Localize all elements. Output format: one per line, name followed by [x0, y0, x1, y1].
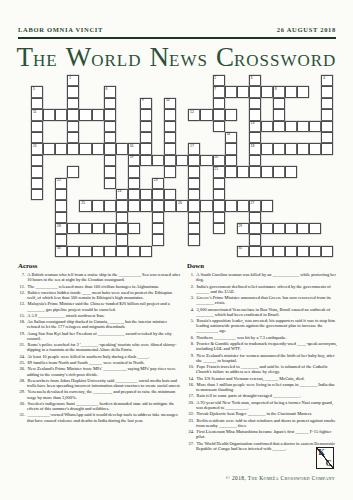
clue-item: 13. Malaysia's Prime Minister said the C… — [18, 301, 181, 311]
grid-cell[interactable] — [273, 143, 285, 154]
grid-cell[interactable] — [237, 166, 249, 177]
grid-void — [43, 234, 55, 245]
grid-cell[interactable]: 6 — [104, 86, 116, 97]
grid-void — [297, 166, 309, 177]
clue-item: 17. Rain fell in some parts of drought-r… — [187, 393, 337, 398]
grid-cell[interactable] — [297, 223, 309, 234]
grid-void — [261, 75, 273, 86]
grid-cell[interactable] — [261, 223, 273, 234]
grid-void — [19, 189, 31, 200]
grid-cell[interactable] — [79, 109, 91, 120]
grid-void — [261, 98, 273, 109]
grid-cell[interactable] — [285, 121, 297, 132]
clue-number: 11. — [18, 284, 25, 289]
grid-void — [79, 98, 91, 109]
grid-cell[interactable] — [297, 86, 309, 97]
grid-cell[interactable] — [285, 223, 297, 234]
cell-number: 11 — [33, 110, 37, 114]
cell-number: 22 — [57, 178, 61, 182]
grid-cell[interactable] — [67, 98, 79, 109]
grid-cell[interactable] — [140, 109, 152, 120]
grid-cell[interactable] — [152, 155, 164, 166]
grid-void — [79, 75, 91, 86]
cell-number: 16 — [130, 144, 134, 148]
grid-cell[interactable]: 22 — [55, 178, 67, 189]
cell-number: 31 — [238, 246, 242, 250]
clue-item: 16. More than 1 million people were livi… — [187, 382, 337, 392]
grid-cell[interactable]: 10 — [164, 98, 176, 109]
grid-void — [19, 143, 31, 154]
grid-void — [140, 178, 152, 189]
grid-cell[interactable] — [152, 212, 164, 223]
grid-void — [285, 155, 297, 166]
clue-text: Northern __________ was hit by a 7.3 ear… — [196, 335, 287, 340]
grid-cell[interactable] — [309, 246, 321, 257]
clue-number: 5. — [187, 318, 194, 323]
grid-cell[interactable] — [104, 143, 116, 154]
down-clue-list: 1. A South Carolina woman was killed by … — [187, 272, 337, 451]
clue-number: 19. — [18, 331, 25, 336]
grid-cell[interactable] — [200, 155, 212, 166]
grid-void — [200, 86, 212, 97]
grid-cell[interactable] — [67, 246, 79, 257]
grid-cell[interactable]: 16 — [128, 143, 140, 154]
grid-cell[interactable] — [164, 166, 176, 177]
grid-cell[interactable] — [43, 109, 55, 120]
grid-cell[interactable] — [79, 143, 91, 154]
grid-cell[interactable] — [225, 143, 237, 154]
grid-cell[interactable] — [309, 121, 321, 132]
grid-cell[interactable] — [164, 155, 176, 166]
grid-cell[interactable]: 7 — [213, 86, 225, 97]
grid-cell[interactable] — [31, 189, 43, 200]
grid-void — [249, 189, 261, 200]
grid-cell[interactable] — [104, 166, 116, 177]
clue-text: A British woman who fell from a cruise s… — [27, 272, 181, 282]
grid-cell[interactable] — [285, 86, 297, 97]
grid-cell[interactable]: 18 — [249, 143, 261, 154]
grid-cell[interactable] — [176, 155, 188, 166]
grid-cell[interactable] — [67, 223, 79, 234]
grid-void — [55, 75, 67, 86]
grid-cell[interactable] — [261, 200, 273, 211]
grid-void — [297, 98, 309, 109]
grid-void — [79, 86, 91, 97]
grid-void — [249, 178, 261, 189]
grid-cell[interactable]: 30 — [55, 246, 67, 257]
grid-cell[interactable] — [92, 200, 104, 211]
grid-void — [140, 166, 152, 177]
grid-cell[interactable]: 28 — [55, 223, 67, 234]
clue-number: 27. — [187, 441, 194, 446]
grid-cell[interactable] — [188, 155, 200, 166]
grid-cell[interactable] — [188, 189, 200, 200]
grid-void — [116, 109, 128, 120]
cell-number: 7 — [214, 87, 216, 91]
grid-cell[interactable] — [104, 132, 116, 143]
grid-cell[interactable] — [140, 189, 152, 200]
grid-cell[interactable] — [55, 212, 67, 223]
clue-text: Aung San Suu Kyi had her Freedom of ____… — [27, 331, 172, 341]
grid-cell[interactable] — [213, 121, 225, 132]
grid-cell[interactable] — [140, 200, 152, 211]
grid-cell[interactable] — [188, 178, 200, 189]
grid-cell[interactable] — [297, 121, 309, 132]
grid-cell[interactable]: 4 — [321, 75, 333, 86]
grid-cell[interactable] — [200, 200, 212, 211]
grid-void — [261, 132, 273, 143]
grid-cell[interactable] — [309, 223, 321, 234]
grid-cell[interactable] — [67, 109, 79, 120]
grid-cell[interactable]: 24 — [116, 189, 128, 200]
grid-cell[interactable]: 15 — [31, 143, 43, 154]
grid-cell[interactable] — [213, 212, 225, 223]
grid-cell[interactable] — [128, 178, 140, 189]
cell-number: 8 — [275, 87, 277, 91]
grid-cell[interactable] — [67, 166, 79, 177]
grid-cell[interactable] — [116, 212, 128, 223]
grid-void — [43, 178, 55, 189]
grid-cell[interactable] — [116, 246, 128, 257]
grid-cell[interactable] — [321, 121, 333, 132]
cell-number: 2 — [214, 76, 216, 80]
grid-cell[interactable] — [213, 178, 225, 189]
grid-cell[interactable] — [261, 121, 273, 132]
grid-void — [19, 246, 31, 257]
grid-void — [79, 189, 91, 200]
masthead: LABOR OMNIA VINCIT 26 AUGUST 2018 — [18, 26, 336, 36]
grid-cell[interactable] — [273, 121, 285, 132]
grid-cell[interactable] — [249, 109, 261, 120]
grid-cell[interactable]: 5 — [31, 86, 43, 97]
grid-void — [43, 189, 55, 200]
grid-void — [79, 212, 91, 223]
clue-item: 22. Novak Djokovic beat Roger ________ i… — [187, 411, 337, 416]
grid-cell[interactable]: 9 — [140, 98, 152, 109]
grid-cell[interactable]: 19 — [128, 155, 140, 166]
grid-void — [55, 98, 67, 109]
grid-cell[interactable] — [188, 166, 200, 177]
grid-void — [79, 178, 91, 189]
grid-cell[interactable] — [152, 189, 164, 200]
grid-cell[interactable] — [104, 109, 116, 120]
grid-cell[interactable] — [273, 109, 285, 120]
grid-void — [176, 121, 188, 132]
grid-void — [176, 86, 188, 97]
grid-cell[interactable] — [273, 166, 285, 177]
grid-cell[interactable] — [116, 143, 128, 154]
grid-cell[interactable]: 23 — [152, 178, 164, 189]
cell-number: 5 — [33, 87, 35, 91]
grid-cell[interactable] — [261, 143, 273, 154]
grid-void — [213, 143, 225, 154]
masthead-motto: LABOR OMNIA VINCIT — [18, 26, 103, 33]
grid-cell[interactable]: 25 — [79, 200, 91, 211]
grid-cell[interactable] — [55, 143, 67, 154]
grid-cell[interactable]: 12 — [188, 109, 200, 120]
grid-cell[interactable] — [249, 166, 261, 177]
grid-void — [31, 75, 43, 86]
grid-void — [309, 200, 321, 211]
grid-void — [225, 189, 237, 200]
grid-cell[interactable] — [249, 212, 261, 223]
grid-void — [31, 246, 43, 257]
grid-cell[interactable] — [164, 132, 176, 143]
grid-cell[interactable] — [140, 143, 152, 154]
grid-void — [128, 121, 140, 132]
grid-void — [200, 98, 212, 109]
grid-cell[interactable] — [104, 98, 116, 109]
grid-cell[interactable]: 21 — [213, 166, 225, 177]
grid-cell[interactable] — [249, 246, 261, 257]
grid-void — [43, 212, 55, 223]
grid-cell[interactable] — [116, 234, 128, 245]
copyright-line: © 2018, The Komiža Crossword Company — [226, 475, 335, 481]
grid-void — [164, 212, 176, 223]
grid-cell[interactable] — [249, 132, 261, 143]
grid-cell[interactable] — [225, 200, 237, 211]
clue-number: 17. — [187, 393, 194, 398]
grid-void — [104, 234, 116, 245]
grid-void — [43, 132, 55, 143]
grid-cell[interactable] — [140, 121, 152, 132]
grid-cell[interactable] — [261, 166, 273, 177]
grid-cell[interactable] — [285, 246, 297, 257]
grid-cell[interactable] — [31, 178, 43, 189]
grid-cell[interactable] — [213, 109, 225, 120]
grid-void — [285, 132, 297, 143]
grid-void — [19, 200, 31, 211]
grid-cell[interactable] — [104, 178, 116, 189]
grid-cell[interactable] — [321, 143, 333, 154]
grid-cell[interactable] — [67, 121, 79, 132]
grid-cell[interactable]: 3 — [249, 75, 261, 86]
grid-cell[interactable]: 17 — [188, 143, 200, 154]
grid-void — [67, 200, 79, 211]
grid-cell[interactable] — [285, 143, 297, 154]
grid-void — [237, 143, 249, 154]
grid-cell[interactable] — [237, 200, 249, 211]
grid-cell[interactable] — [213, 200, 225, 211]
grid-void — [188, 121, 200, 132]
grid-cell[interactable] — [249, 98, 261, 109]
grid-void — [55, 155, 67, 166]
title-word: CROSSWORD — [216, 42, 336, 72]
grid-cell[interactable] — [31, 121, 43, 132]
clue-number: 6. — [187, 335, 194, 340]
grid-cell[interactable] — [249, 223, 261, 234]
grid-cell[interactable] — [128, 189, 140, 200]
grid-cell[interactable] — [188, 212, 200, 223]
grid-void — [188, 86, 200, 97]
grid-cell[interactable] — [116, 200, 128, 211]
grid-cell[interactable] — [297, 246, 309, 257]
logo-letter-c: C — [326, 459, 332, 468]
clue-item: 24. At least 10 people were killed in so… — [18, 354, 181, 359]
grid-cell[interactable] — [188, 234, 200, 245]
grid-cell[interactable] — [321, 98, 333, 109]
grid-cell[interactable]: 2 — [213, 75, 225, 86]
clue-text: 89 families from North and South ______ … — [27, 360, 145, 365]
grid-cell[interactable] — [188, 223, 200, 234]
grid-cell[interactable] — [55, 109, 67, 120]
grid-cell[interactable] — [128, 246, 140, 257]
grid-cell[interactable]: 29 — [237, 223, 249, 234]
grid-cell[interactable] — [213, 98, 225, 109]
grid-cell[interactable] — [249, 86, 261, 97]
grid-cell[interactable] — [55, 234, 67, 245]
grid-cell[interactable] — [79, 246, 91, 257]
grid-cell[interactable] — [128, 200, 140, 211]
clue-number: 18. — [18, 319, 25, 324]
grid-void — [273, 234, 285, 245]
grid-cell[interactable] — [104, 121, 116, 132]
grid-cell[interactable] — [273, 246, 285, 257]
grid-cell[interactable] — [285, 166, 297, 177]
grid-cell[interactable] — [225, 166, 237, 177]
grid-cell[interactable] — [297, 143, 309, 154]
grid-cell[interactable] — [213, 189, 225, 200]
grid-cell[interactable] — [152, 234, 164, 245]
clue-text: First Lieutenant Misa Matsushima became … — [196, 429, 332, 439]
grid-cell[interactable] — [164, 143, 176, 154]
grid-void — [43, 223, 55, 234]
grid-void — [92, 189, 104, 200]
grid-cell[interactable] — [152, 200, 164, 211]
grid-cell[interactable] — [31, 155, 43, 166]
grid-cell[interactable] — [67, 132, 79, 143]
grid-cell[interactable] — [225, 109, 237, 120]
grid-void — [309, 98, 321, 109]
grid-cell[interactable] — [140, 155, 152, 166]
grid-void — [261, 212, 273, 223]
clue-item: 29. Venezuela devalued its currency, the… — [18, 389, 181, 399]
grid-cell[interactable] — [140, 132, 152, 143]
grid-cell[interactable] — [225, 155, 237, 166]
grid-cell[interactable] — [164, 121, 176, 132]
grid-cell[interactable] — [164, 109, 176, 120]
clue-item: 20. A 95-year-old New York man, suspecte… — [187, 400, 337, 410]
clue-number: 10. — [187, 364, 194, 369]
grid-cell[interactable] — [92, 223, 104, 234]
grid-cell[interactable] — [104, 246, 116, 257]
grid-void — [297, 189, 309, 200]
grid-cell[interactable] — [152, 223, 164, 234]
grid-void — [116, 98, 128, 109]
grid-cell[interactable] — [116, 223, 128, 234]
grid-void — [309, 109, 321, 120]
grid-cell[interactable]: 13 — [249, 121, 261, 132]
grid-cell[interactable] — [273, 98, 285, 109]
grid-cell[interactable] — [321, 132, 333, 143]
grid-cell[interactable] — [104, 155, 116, 166]
clue-text: The __________ released more than 160 ci… — [27, 284, 160, 289]
grid-cell[interactable]: 14 — [225, 132, 237, 143]
grid-cell[interactable] — [31, 132, 43, 143]
grid-cell[interactable] — [31, 166, 43, 177]
grid-cell[interactable] — [67, 86, 79, 97]
grid-cell[interactable] — [321, 86, 333, 97]
grid-void — [104, 189, 116, 200]
grid-cell[interactable]: 26 — [176, 200, 188, 211]
grid-void — [309, 178, 321, 189]
grid-cell[interactable] — [43, 143, 55, 154]
grid-cell[interactable] — [321, 109, 333, 120]
grid-void — [152, 75, 164, 86]
grid-void — [164, 234, 176, 245]
grid-void — [19, 234, 31, 245]
grid-cell[interactable] — [309, 143, 321, 154]
grid-cell[interactable] — [128, 166, 140, 177]
grid-cell[interactable] — [128, 223, 140, 234]
grid-cell[interactable] — [67, 143, 79, 154]
clue-number: 14. — [187, 376, 194, 381]
grid-void — [104, 75, 116, 86]
grid-void — [261, 234, 273, 245]
grid-cell[interactable] — [55, 189, 67, 200]
grid-cell[interactable] — [31, 98, 43, 109]
grid-cell[interactable] — [200, 109, 212, 120]
grid-cell[interactable] — [188, 200, 200, 211]
clue-number: 9. — [187, 353, 194, 358]
cell-number: 18 — [251, 144, 255, 148]
grid-void — [273, 155, 285, 166]
clue-number: 8. — [187, 341, 194, 346]
grid-cell[interactable] — [225, 86, 237, 97]
clue-number: 21. — [18, 342, 25, 347]
grid-cell[interactable]: 8 — [273, 86, 285, 97]
grid-cell[interactable] — [164, 189, 176, 200]
grid-cell[interactable] — [261, 86, 273, 97]
grid-cell[interactable]: 1 — [67, 75, 79, 86]
grid-void — [116, 132, 128, 143]
grid-void — [225, 246, 237, 257]
grid-cell[interactable] — [249, 234, 261, 245]
grid-cell[interactable]: 31 — [237, 246, 249, 257]
cell-number: 20 — [214, 155, 218, 159]
grid-void — [92, 212, 104, 223]
grid-cell[interactable] — [140, 246, 152, 257]
grid-cell[interactable]: 27 — [249, 200, 261, 211]
clue-item: 27. The World Health Organisation confir… — [187, 441, 337, 451]
clue-text: Rome's police searched for 2 '________-s… — [27, 342, 177, 352]
clue-item: 28. Researchers from Johns Hopkins Unive… — [18, 378, 181, 388]
grid-cell[interactable] — [104, 223, 116, 234]
grid-cell[interactable] — [92, 246, 104, 257]
grid-cell[interactable] — [92, 109, 104, 120]
grid-void — [237, 178, 249, 189]
grid-void — [200, 189, 212, 200]
grid-cell[interactable] — [104, 200, 116, 211]
grid-cell[interactable] — [261, 246, 273, 257]
grid-cell[interactable] — [79, 223, 91, 234]
grid-cell[interactable] — [237, 86, 249, 97]
grid-void — [225, 75, 237, 86]
title-word: WORLD — [66, 42, 142, 72]
grid-cell[interactable] — [164, 200, 176, 211]
grid-cell[interactable] — [213, 223, 225, 234]
grid-cell[interactable] — [273, 223, 285, 234]
grid-cell[interactable] — [249, 155, 261, 166]
grid-cell[interactable]: 11 — [31, 109, 43, 120]
grid-cell[interactable] — [321, 246, 333, 257]
grid-void — [43, 121, 55, 132]
grid-void — [116, 75, 128, 86]
grid-cell[interactable] — [92, 143, 104, 154]
grid-cell[interactable]: 20 — [213, 155, 225, 166]
grid-cell[interactable] — [55, 200, 67, 211]
grid-void — [19, 132, 31, 143]
